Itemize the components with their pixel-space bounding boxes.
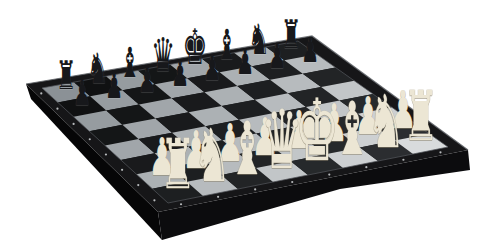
piece-white-knight: ♞ <box>193 119 231 192</box>
piece-black-pawn: ♟ <box>170 57 188 92</box>
piece-black-pawn: ♟ <box>73 75 91 110</box>
pieces-layer: ♜♞♝♛♚♝♞♜♟♟♟♟♟♟♟♟♟♟♟♟♟♟♟♟♜♞♝♛♚♝♞♜ <box>0 0 500 249</box>
piece-black-pawn: ♟ <box>105 69 123 104</box>
piece-black-pawn: ♟ <box>236 45 254 80</box>
piece-white-queen: ♛ <box>261 98 303 179</box>
piece-black-pawn: ♟ <box>203 51 221 86</box>
chess-set-photo: ♜♞♝♛♚♝♞♜♟♟♟♟♟♟♟♟♟♟♟♟♟♟♟♟♜♞♝♛♚♝♞♜ <box>0 0 500 249</box>
piece-white-rook: ♜ <box>403 81 439 150</box>
piece-white-rook: ♜ <box>160 130 196 199</box>
piece-black-pawn: ♟ <box>268 39 286 74</box>
piece-black-pawn: ♟ <box>301 32 319 67</box>
piece-black-pawn: ♟ <box>138 63 156 98</box>
piece-white-bishop: ♝ <box>228 112 266 185</box>
piece-white-knight: ♞ <box>367 85 405 158</box>
